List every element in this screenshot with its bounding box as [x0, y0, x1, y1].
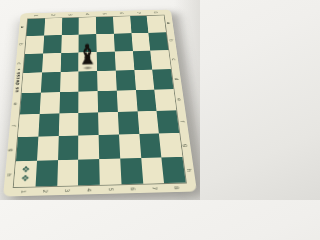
square: [79, 71, 98, 92]
black-bishop: ♝: [77, 40, 98, 68]
board-scene: ♝❖❖ 12345678 12345678 abcdefgh abcdefgh …: [0, 0, 200, 200]
square: [38, 113, 59, 136]
coordinate-label: a: [157, 20, 181, 26]
square: [137, 111, 159, 134]
coordinate-label: f: [0, 122, 27, 130]
square: [118, 111, 139, 134]
coordinate-label: b: [9, 41, 33, 47]
square: [60, 72, 79, 93]
square: [134, 70, 155, 91]
square: [115, 51, 134, 70]
coordinate-label: 6: [118, 7, 126, 20]
us-chess-wordmark-text: US CHESS: [15, 71, 21, 92]
square: [139, 133, 162, 158]
coordinate-label: c: [162, 56, 187, 63]
square: [79, 91, 99, 113]
square: [131, 33, 150, 51]
us-chess-logo-icon: ✦: [18, 68, 21, 71]
coordinate-label: b: [159, 38, 184, 44]
coordinate-label: a: [11, 24, 35, 30]
square: [98, 91, 118, 113]
coordinate-label: e: [166, 96, 193, 103]
square: [99, 159, 121, 185]
square: [96, 34, 114, 52]
coordinate-label: g: [172, 141, 200, 149]
square: [58, 113, 78, 136]
square: [16, 137, 38, 162]
square: [97, 52, 116, 71]
coordinate-label: 2: [49, 9, 57, 22]
square: [39, 92, 59, 114]
coordinate-label: 8: [151, 6, 159, 19]
square: [58, 136, 79, 161]
square: [149, 32, 169, 50]
square: [159, 133, 182, 158]
coordinate-label: h: [175, 166, 200, 175]
square: [78, 159, 99, 185]
coordinate-label: g: [0, 146, 26, 154]
square: [117, 90, 138, 112]
coordinate-label: 4: [84, 8, 91, 21]
photo-background: { "game": "chess", "position": "8/8/8/8/…: [0, 0, 200, 200]
square: [133, 51, 153, 70]
coordinate-label: 5: [101, 8, 108, 21]
square: [42, 53, 61, 72]
coordinate-label: 3: [67, 8, 74, 21]
square: [136, 90, 157, 112]
square: [98, 112, 119, 135]
chess-board-mat: ♝❖❖ 12345678 12345678 abcdefgh abcdefgh …: [3, 10, 197, 197]
square: [119, 134, 141, 159]
square: [60, 53, 78, 72]
square: [20, 93, 41, 115]
square: [116, 70, 136, 91]
square: [78, 112, 98, 135]
square: [78, 135, 99, 160]
coordinate-label: 7: [134, 7, 142, 20]
coordinate-label: 1: [32, 9, 40, 22]
square: [43, 35, 61, 53]
square: [59, 92, 79, 114]
square: [41, 72, 61, 93]
square: [97, 71, 116, 92]
square: [99, 134, 120, 159]
square: [114, 33, 133, 51]
square: [35, 160, 57, 186]
square: [37, 136, 59, 161]
square: ♝: [79, 52, 97, 71]
